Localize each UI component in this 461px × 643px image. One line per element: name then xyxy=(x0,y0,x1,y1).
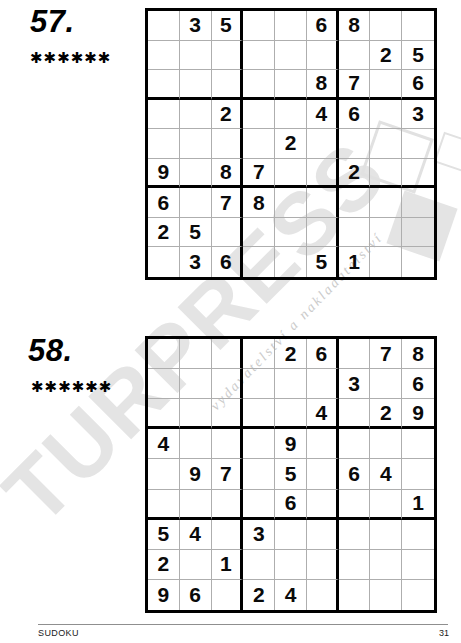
cell-r5c7: 6 xyxy=(339,459,371,489)
cell-r4c6[interactable] xyxy=(307,429,339,459)
cell-r2c6[interactable] xyxy=(307,41,339,71)
cell-r7c2[interactable] xyxy=(180,188,212,218)
cell-r2c5[interactable] xyxy=(275,369,307,399)
cell-r6c9[interactable] xyxy=(402,159,434,189)
cell-r8c4[interactable] xyxy=(243,218,275,248)
cell-r3c7: 7 xyxy=(339,70,371,100)
cell-r3c1[interactable] xyxy=(148,399,180,429)
cell-r3c1[interactable] xyxy=(148,70,180,100)
cell-r2c8[interactable] xyxy=(370,369,402,399)
cell-r5c4[interactable] xyxy=(243,129,275,159)
cell-r3c8: 2 xyxy=(370,399,402,429)
cell-r4c9: 3 xyxy=(402,100,434,130)
cell-r2c7: 3 xyxy=(339,369,371,399)
cell-r1c1[interactable] xyxy=(148,11,180,41)
cell-r5c5: 5 xyxy=(275,459,307,489)
cell-r4c7[interactable] xyxy=(339,429,371,459)
cell-r7c7[interactable] xyxy=(339,520,371,550)
cell-r7c5[interactable] xyxy=(275,188,307,218)
cell-r7c1: 6 xyxy=(148,188,180,218)
cell-r8c4[interactable] xyxy=(243,550,275,580)
cell-r7c8[interactable] xyxy=(370,188,402,218)
cell-r7c8[interactable] xyxy=(370,520,402,550)
cell-r6c9: 1 xyxy=(402,490,434,520)
cell-r9c4[interactable] xyxy=(243,247,275,277)
cell-r4c8[interactable] xyxy=(370,100,402,130)
cell-r8c5[interactable] xyxy=(275,550,307,580)
cell-r5c1[interactable] xyxy=(148,129,180,159)
cell-r1c7[interactable] xyxy=(339,339,371,369)
cell-r3c3[interactable] xyxy=(212,399,244,429)
cell-r3c2[interactable] xyxy=(180,70,212,100)
cell-r8c1: 2 xyxy=(148,218,180,248)
cell-r9c5: 4 xyxy=(275,580,307,610)
cell-r6c2[interactable] xyxy=(180,490,212,520)
cell-r9c7[interactable] xyxy=(339,580,371,610)
puzzle-58-number: 58. xyxy=(28,333,73,369)
cell-r8c3: 1 xyxy=(212,550,244,580)
cell-r8c9[interactable] xyxy=(402,550,434,580)
cell-r5c2: 9 xyxy=(180,459,212,489)
logo-outlined-square-small xyxy=(434,132,461,173)
cell-r4c8[interactable] xyxy=(370,429,402,459)
cell-r2c2[interactable] xyxy=(180,369,212,399)
cell-r3c4[interactable] xyxy=(243,70,275,100)
page-number: 31 xyxy=(439,628,449,638)
cell-r8c8[interactable] xyxy=(370,218,402,248)
sudoku-grid-58: 267836429499756461543219624 xyxy=(145,336,437,613)
cell-r5c6[interactable] xyxy=(307,459,339,489)
cell-r7c6[interactable] xyxy=(307,520,339,550)
cell-r2c9: 5 xyxy=(402,41,434,71)
cell-r3c5[interactable] xyxy=(275,399,307,429)
cell-r9c4: 2 xyxy=(243,580,275,610)
cell-r1c9: 8 xyxy=(402,339,434,369)
puzzle-57-difficulty-stars: ✱✱✱✱✱✱ xyxy=(30,49,111,67)
cell-r9c8[interactable] xyxy=(370,247,402,277)
cell-r2c4[interactable] xyxy=(243,41,275,71)
cell-r6c6[interactable] xyxy=(307,159,339,189)
cell-r1c2: 3 xyxy=(180,11,212,41)
cell-r3c4[interactable] xyxy=(243,399,275,429)
cell-r5c1[interactable] xyxy=(148,459,180,489)
cell-r1c2[interactable] xyxy=(180,339,212,369)
cell-r4c1: 4 xyxy=(148,429,180,459)
cell-r6c7: 2 xyxy=(339,159,371,189)
cell-r3c2[interactable] xyxy=(180,399,212,429)
cell-r1c3: 5 xyxy=(212,11,244,41)
cell-r8c1: 2 xyxy=(148,550,180,580)
cell-r6c3: 8 xyxy=(212,159,244,189)
cell-r8c5[interactable] xyxy=(275,218,307,248)
cell-r5c9[interactable] xyxy=(402,459,434,489)
cell-r3c8[interactable] xyxy=(370,70,402,100)
cell-r1c7: 8 xyxy=(339,11,371,41)
cell-r5c4[interactable] xyxy=(243,459,275,489)
cell-r2c8: 2 xyxy=(370,41,402,71)
cell-r6c8[interactable] xyxy=(370,159,402,189)
cell-r8c6[interactable] xyxy=(307,550,339,580)
cell-r6c5: 6 xyxy=(275,490,307,520)
cell-r9c5[interactable] xyxy=(275,247,307,277)
cell-r9c6: 5 xyxy=(307,247,339,277)
cell-r3c5[interactable] xyxy=(275,70,307,100)
cell-r8c7[interactable] xyxy=(339,218,371,248)
cell-r4c3[interactable] xyxy=(212,429,244,459)
cell-r5c8: 4 xyxy=(370,459,402,489)
cell-r4c2[interactable] xyxy=(180,100,212,130)
cell-r5c9[interactable] xyxy=(402,129,434,159)
cell-r4c6: 4 xyxy=(307,100,339,130)
cell-r8c9[interactable] xyxy=(402,218,434,248)
cell-r7c2: 4 xyxy=(180,520,212,550)
footer-divider xyxy=(38,624,448,625)
page: TURPRESS vydavatelství a nakladatelství … xyxy=(0,0,461,643)
cell-r7c4: 8 xyxy=(243,188,275,218)
cell-r5c2[interactable] xyxy=(180,129,212,159)
cell-r5c5: 2 xyxy=(275,129,307,159)
cell-r8c7[interactable] xyxy=(339,550,371,580)
cell-r6c1[interactable] xyxy=(148,490,180,520)
cell-r9c9[interactable] xyxy=(402,580,434,610)
cell-r2c3[interactable] xyxy=(212,41,244,71)
cell-r7c3[interactable] xyxy=(212,520,244,550)
cell-r4c2[interactable] xyxy=(180,429,212,459)
puzzle-57-number: 57. xyxy=(30,4,75,40)
cell-r4c4[interactable] xyxy=(243,429,275,459)
cell-r8c2: 5 xyxy=(180,218,212,248)
cell-r1c5[interactable] xyxy=(275,11,307,41)
cell-r5c6[interactable] xyxy=(307,129,339,159)
cell-r4c4[interactable] xyxy=(243,100,275,130)
cell-r6c7[interactable] xyxy=(339,490,371,520)
cell-r3c9: 6 xyxy=(402,70,434,100)
cell-r6c5[interactable] xyxy=(275,159,307,189)
cell-r3c7[interactable] xyxy=(339,399,371,429)
cell-r1c6: 6 xyxy=(307,11,339,41)
cell-r4c5[interactable] xyxy=(275,100,307,130)
cell-r2c1[interactable] xyxy=(148,41,180,71)
cell-r4c3: 2 xyxy=(212,100,244,130)
cell-r5c3: 7 xyxy=(212,459,244,489)
cell-r5c8[interactable] xyxy=(370,129,402,159)
cell-r4c5: 9 xyxy=(275,429,307,459)
cell-r9c2: 6 xyxy=(180,580,212,610)
cell-r7c3: 7 xyxy=(212,188,244,218)
cell-r1c4[interactable] xyxy=(243,339,275,369)
cell-r7c5[interactable] xyxy=(275,520,307,550)
cell-r9c7: 1 xyxy=(339,247,371,277)
cell-r7c1: 5 xyxy=(148,520,180,550)
cell-r6c8[interactable] xyxy=(370,490,402,520)
cell-r2c9: 6 xyxy=(402,369,434,399)
puzzle-58-difficulty-stars: ✱✱✱✱✱✱ xyxy=(31,378,112,396)
cell-r9c3[interactable] xyxy=(212,580,244,610)
cell-r8c8[interactable] xyxy=(370,550,402,580)
cell-r8c3[interactable] xyxy=(212,218,244,248)
cell-r1c8: 7 xyxy=(370,339,402,369)
cell-r1c9[interactable] xyxy=(402,11,434,41)
cell-r9c1: 9 xyxy=(148,580,180,610)
cell-r2c5[interactable] xyxy=(275,41,307,71)
cell-r6c2[interactable] xyxy=(180,159,212,189)
cell-r6c4: 7 xyxy=(243,159,275,189)
cell-r8c2[interactable] xyxy=(180,550,212,580)
cell-r3c6: 4 xyxy=(307,399,339,429)
cell-r5c3[interactable] xyxy=(212,129,244,159)
cell-r6c1: 9 xyxy=(148,159,180,189)
cell-r6c3[interactable] xyxy=(212,490,244,520)
cell-r5c7[interactable] xyxy=(339,129,371,159)
sudoku-grid-57: 356825876246329872678253651 xyxy=(145,8,437,280)
cell-r1c8[interactable] xyxy=(370,11,402,41)
cell-r9c8[interactable] xyxy=(370,580,402,610)
cell-r2c4[interactable] xyxy=(243,369,275,399)
cell-r2c3[interactable] xyxy=(212,369,244,399)
cell-r2c1[interactable] xyxy=(148,369,180,399)
cell-r7c6[interactable] xyxy=(307,188,339,218)
cell-r7c9[interactable] xyxy=(402,188,434,218)
cell-r9c9 xyxy=(402,247,434,277)
cell-r4c7: 6 xyxy=(339,100,371,130)
cell-r2c2[interactable] xyxy=(180,41,212,71)
cell-r8c6[interactable] xyxy=(307,218,339,248)
cell-r9c2: 3 xyxy=(180,247,212,277)
footer-section-label: SUDOKU xyxy=(38,628,79,638)
cell-r2c7[interactable] xyxy=(339,41,371,71)
cell-r1c1[interactable] xyxy=(148,339,180,369)
cell-r3c3[interactable] xyxy=(212,70,244,100)
cell-r1c6: 6 xyxy=(307,339,339,369)
cell-r7c4: 3 xyxy=(243,520,275,550)
cell-r7c9[interactable] xyxy=(402,520,434,550)
cell-r1c3[interactable] xyxy=(212,339,244,369)
cell-r1c4[interactable] xyxy=(243,11,275,41)
cell-r4c1[interactable] xyxy=(148,100,180,130)
cell-r7c7[interactable] xyxy=(339,188,371,218)
cell-r3c6: 8 xyxy=(307,70,339,100)
cell-r9c3: 6 xyxy=(212,247,244,277)
cell-r3c9: 9 xyxy=(402,399,434,429)
cell-r9c1[interactable] xyxy=(148,247,180,277)
cell-r1c5: 2 xyxy=(275,339,307,369)
cell-r2c6[interactable] xyxy=(307,369,339,399)
cell-r4c9[interactable] xyxy=(402,429,434,459)
cell-r9c6[interactable] xyxy=(307,580,339,610)
cell-r6c4[interactable] xyxy=(243,490,275,520)
cell-r6c6[interactable] xyxy=(307,490,339,520)
